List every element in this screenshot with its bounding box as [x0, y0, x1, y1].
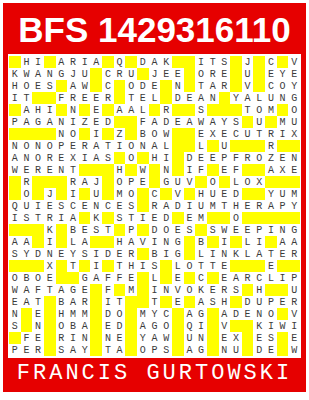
letter-cell: H — [125, 260, 137, 272]
letter-cell: A — [219, 308, 231, 320]
letter-cell: M — [288, 188, 300, 200]
blocked-cell — [253, 164, 265, 176]
letter-cell: A — [195, 296, 207, 308]
letter-cell: I — [90, 128, 102, 140]
blocked-cell — [253, 80, 265, 92]
blocked-cell — [9, 104, 21, 116]
letter-cell: M — [277, 116, 289, 128]
blocked-cell — [195, 176, 207, 188]
letter-cell: A — [79, 320, 91, 332]
letter-cell: A — [277, 236, 289, 248]
letter-cell: A — [184, 344, 196, 356]
letter-cell: T — [102, 140, 114, 152]
letter-cell: N — [9, 140, 21, 152]
letter-cell: D — [32, 248, 44, 260]
letter-cell: C — [102, 80, 114, 92]
letter-cell: Y — [288, 80, 300, 92]
letter-cell: B — [56, 296, 68, 308]
letter-cell: U — [242, 128, 254, 140]
blocked-cell — [219, 104, 231, 116]
blocked-cell — [56, 272, 68, 284]
letter-cell: E — [114, 200, 126, 212]
letter-cell: F — [32, 284, 44, 296]
letter-cell: H — [253, 284, 265, 296]
letter-cell: T — [125, 92, 137, 104]
letter-cell: F — [56, 92, 68, 104]
letter-cell: K — [90, 212, 102, 224]
letter-cell: R — [242, 272, 254, 284]
letter-cell: V — [184, 176, 196, 188]
letter-cell: E — [172, 296, 184, 308]
letter-cell: R — [265, 128, 277, 140]
letter-cell: U — [288, 284, 300, 296]
blocked-cell — [44, 332, 56, 344]
letter-cell: Y — [67, 248, 79, 260]
letter-cell: G — [172, 236, 184, 248]
letter-cell: N — [56, 164, 68, 176]
letter-cell: R — [79, 296, 91, 308]
blocked-cell — [265, 236, 277, 248]
letter-cell: Y — [265, 188, 277, 200]
letter-cell: E — [207, 152, 219, 164]
blocked-cell — [125, 308, 137, 320]
letter-cell: B — [137, 128, 149, 140]
letter-cell: E — [195, 128, 207, 140]
letter-cell: R — [56, 332, 68, 344]
letter-cell: I — [207, 248, 219, 260]
blocked-cell — [230, 56, 242, 68]
letter-cell: E — [125, 272, 137, 284]
blocked-cell — [21, 260, 33, 272]
blocked-cell — [184, 128, 196, 140]
blocked-cell — [149, 104, 161, 116]
letter-cell: C — [102, 68, 114, 80]
letter-cell: B — [195, 236, 207, 248]
blocked-cell — [137, 200, 149, 212]
letter-cell: H — [195, 188, 207, 200]
blocked-cell — [207, 344, 219, 356]
letter-cell: U — [207, 188, 219, 200]
letter-cell: S — [230, 284, 242, 296]
letter-cell: H — [21, 56, 33, 68]
letter-cell: I — [149, 236, 161, 248]
letter-cell: E — [149, 80, 161, 92]
letter-cell: C — [160, 308, 172, 320]
letter-cell: E — [172, 224, 184, 236]
letter-cell: K — [9, 68, 21, 80]
letter-cell: A — [195, 92, 207, 104]
letter-cell: G — [195, 344, 207, 356]
letter-cell: L — [265, 272, 277, 284]
blocked-cell — [230, 104, 242, 116]
letter-cell: O — [149, 128, 161, 140]
blocked-cell — [102, 104, 114, 116]
letter-cell: I — [90, 248, 102, 260]
letter-cell: W — [160, 332, 172, 344]
letter-cell: W — [195, 116, 207, 128]
blocked-cell — [90, 164, 102, 176]
letter-cell: C — [195, 272, 207, 284]
letter-cell: P — [9, 116, 21, 128]
letter-cell: P — [125, 224, 137, 236]
letter-cell: N — [172, 80, 184, 92]
letter-cell: I — [184, 164, 196, 176]
letter-cell: A — [90, 56, 102, 68]
blocked-cell — [207, 320, 219, 332]
blocked-cell — [56, 176, 68, 188]
letter-cell: D — [230, 308, 242, 320]
letter-cell: X — [44, 260, 56, 272]
letter-cell: U — [21, 200, 33, 212]
blocked-cell — [56, 104, 68, 116]
blocked-cell — [253, 188, 265, 200]
blocked-cell — [56, 188, 68, 200]
blocked-cell — [207, 140, 219, 152]
letter-cell: A — [125, 104, 137, 116]
letter-cell: O — [125, 140, 137, 152]
blocked-cell — [125, 332, 137, 344]
letter-cell: U — [277, 188, 289, 200]
letter-cell: R — [160, 104, 172, 116]
letter-cell: A — [125, 236, 137, 248]
blocked-cell — [253, 140, 265, 152]
letter-cell: G — [32, 116, 44, 128]
letter-cell: I — [149, 284, 161, 296]
letter-cell: B — [21, 272, 33, 284]
letter-cell: Z — [79, 116, 91, 128]
letter-cell: C — [149, 188, 161, 200]
letter-cell: H — [56, 308, 68, 320]
blocked-cell — [56, 224, 68, 236]
letter-cell: A — [67, 344, 79, 356]
blocked-cell — [90, 80, 102, 92]
letter-cell: C — [265, 56, 277, 68]
blocked-cell — [265, 212, 277, 224]
blocked-cell — [149, 164, 161, 176]
blocked-cell — [277, 212, 289, 224]
blocked-cell — [102, 164, 114, 176]
letter-cell: H — [230, 200, 242, 212]
letter-cell: T — [114, 296, 126, 308]
letter-cell: E — [195, 152, 207, 164]
letter-cell: A — [9, 236, 21, 248]
letter-cell: O — [125, 152, 137, 164]
letter-cell: P — [125, 176, 137, 188]
letter-cell: E — [219, 332, 231, 344]
blocked-cell — [21, 224, 33, 236]
blocked-cell — [79, 260, 91, 272]
blocked-cell — [242, 212, 254, 224]
blocked-cell — [277, 284, 289, 296]
puzzle-panel: HIARIAQDAKITSJCVKWANGJUCRUJEEOREUEYEHOES… — [8, 54, 301, 358]
letter-cell: N — [207, 92, 219, 104]
blocked-cell — [21, 308, 33, 320]
letter-cell: E — [21, 164, 33, 176]
letter-cell: B — [149, 248, 161, 260]
letter-cell: A — [56, 56, 68, 68]
blocked-cell — [207, 332, 219, 344]
letter-cell: A — [79, 176, 91, 188]
letter-cell: A — [207, 80, 219, 92]
letter-cell: R — [32, 164, 44, 176]
book-cover: BFS 1429316110 HIARIAQDAKITSJCVKWANGJUCR… — [0, 0, 309, 400]
letter-cell: S — [9, 248, 21, 260]
letter-cell: O — [195, 68, 207, 80]
letter-cell: L — [172, 260, 184, 272]
blocked-cell — [44, 320, 56, 332]
letter-cell: E — [90, 104, 102, 116]
blocked-cell — [242, 188, 254, 200]
blocked-cell — [277, 344, 289, 356]
letter-cell: Y — [21, 248, 33, 260]
blocked-cell — [56, 236, 68, 248]
cover-background: BFS 1429316110 HIARIAQDAKITSJCVKWANGJUCR… — [3, 3, 306, 392]
letter-cell: L — [242, 248, 254, 260]
letter-cell: R — [219, 284, 231, 296]
letter-cell: R — [67, 176, 79, 188]
blocked-cell — [137, 284, 149, 296]
letter-cell: E — [137, 176, 149, 188]
letter-cell: I — [32, 200, 44, 212]
letter-cell: T — [207, 56, 219, 68]
blocked-cell — [288, 176, 300, 188]
letter-cell: Y — [277, 68, 289, 80]
blocked-cell — [160, 260, 172, 272]
blocked-cell — [9, 224, 21, 236]
letter-cell: L — [195, 248, 207, 260]
letter-cell: N — [56, 116, 68, 128]
letter-cell: N — [219, 248, 231, 260]
blocked-cell — [184, 140, 196, 152]
blocked-cell — [242, 320, 254, 332]
blocked-cell — [79, 164, 91, 176]
letter-cell: S — [125, 200, 137, 212]
blocked-cell — [125, 344, 137, 356]
letter-cell: E — [219, 260, 231, 272]
letter-cell: I — [102, 296, 114, 308]
letter-cell: E — [219, 272, 231, 284]
blocked-cell — [114, 224, 126, 236]
letter-cell: E — [44, 164, 56, 176]
letter-cell: T — [219, 200, 231, 212]
blocked-cell — [137, 188, 149, 200]
blocked-cell — [253, 260, 265, 272]
letter-cell: A — [21, 116, 33, 128]
blocked-cell — [184, 80, 196, 92]
blocked-cell — [160, 92, 172, 104]
blocked-cell — [79, 128, 91, 140]
letter-cell: F — [195, 164, 207, 176]
blocked-cell — [160, 296, 172, 308]
letter-cell: J — [242, 56, 254, 68]
letter-cell: E — [265, 68, 277, 80]
letter-cell: D — [114, 320, 126, 332]
letter-cell: V — [172, 284, 184, 296]
letter-cell: R — [21, 176, 33, 188]
blocked-cell — [184, 104, 196, 116]
letter-cell: S — [265, 332, 277, 344]
blocked-cell — [137, 248, 149, 260]
blocked-cell — [102, 56, 114, 68]
letter-cell: O — [125, 80, 137, 92]
letter-cell: T — [265, 248, 277, 260]
letter-cell: T — [195, 260, 207, 272]
letter-cell: F — [230, 152, 242, 164]
blocked-cell — [184, 248, 196, 260]
letter-cell: P — [265, 296, 277, 308]
letter-cell: M — [67, 308, 79, 320]
letter-cell: S — [9, 320, 21, 332]
letter-cell: T — [253, 128, 265, 140]
letter-cell: N — [160, 164, 172, 176]
letter-cell: P — [277, 200, 289, 212]
letter-cell: D — [102, 308, 114, 320]
letter-cell: L — [149, 92, 161, 104]
letter-cell: N — [44, 68, 56, 80]
letter-cell: I — [160, 248, 172, 260]
letter-cell: G — [172, 248, 184, 260]
blocked-cell — [184, 188, 196, 200]
letter-cell: D — [160, 116, 172, 128]
letter-cell: E — [172, 272, 184, 284]
blocked-cell — [90, 284, 102, 296]
letter-cell: S — [44, 80, 56, 92]
letter-cell: K — [230, 248, 242, 260]
blocked-cell — [253, 212, 265, 224]
letter-cell: S — [90, 224, 102, 236]
letter-cell: W — [160, 128, 172, 140]
letter-cell: E — [32, 332, 44, 344]
letter-cell: A — [79, 236, 91, 248]
letter-cell: A — [207, 116, 219, 128]
blocked-cell — [160, 272, 172, 284]
letter-cell: N — [32, 140, 44, 152]
blocked-cell — [230, 80, 242, 92]
blocked-cell — [9, 128, 21, 140]
letter-cell: S — [114, 212, 126, 224]
letter-cell: R — [32, 344, 44, 356]
letter-cell: E — [219, 128, 231, 140]
letter-cell: A — [56, 284, 68, 296]
blocked-cell — [219, 92, 231, 104]
letter-cell: M — [114, 188, 126, 200]
letter-cell: S — [207, 224, 219, 236]
letter-cell: R — [79, 140, 91, 152]
blocked-cell — [172, 104, 184, 116]
blocked-cell — [137, 68, 149, 80]
blocked-cell — [195, 224, 207, 236]
letter-cell: E — [56, 152, 68, 164]
letter-cell: Z — [114, 128, 126, 140]
letter-cell: L — [67, 236, 79, 248]
blocked-cell — [44, 128, 56, 140]
blocked-cell — [9, 260, 21, 272]
letter-cell: R — [102, 92, 114, 104]
letter-cell: T — [149, 296, 161, 308]
letter-cell: T — [32, 212, 44, 224]
book-title: BFS 1429316110 — [3, 5, 306, 53]
letter-cell: W — [288, 344, 300, 356]
letter-cell: A — [90, 152, 102, 164]
blocked-cell — [160, 188, 172, 200]
letter-cell: E — [219, 164, 231, 176]
letter-cell: I — [79, 56, 91, 68]
letter-cell: E — [114, 248, 126, 260]
letter-cell: A — [114, 104, 126, 116]
letter-cell: N — [79, 332, 91, 344]
blocked-cell — [288, 212, 300, 224]
letter-cell: A — [242, 92, 254, 104]
letter-cell: E — [32, 308, 44, 320]
blocked-cell — [125, 320, 137, 332]
blocked-cell — [114, 152, 126, 164]
letter-cell: I — [114, 140, 126, 152]
blocked-cell — [102, 176, 114, 188]
letter-cell: E — [253, 332, 265, 344]
letter-cell: R — [67, 92, 79, 104]
blocked-cell — [79, 104, 91, 116]
letter-cell: R — [253, 200, 265, 212]
blocked-cell — [172, 152, 184, 164]
blocked-cell — [253, 68, 265, 80]
letter-cell: L — [230, 176, 242, 188]
blocked-cell — [125, 296, 137, 308]
letter-cell: A — [149, 56, 161, 68]
letter-cell: R — [265, 140, 277, 152]
blocked-cell — [207, 272, 219, 284]
letter-cell: N — [21, 152, 33, 164]
letter-cell: O — [277, 80, 289, 92]
letter-cell: E — [277, 152, 289, 164]
letter-cell: E — [219, 188, 231, 200]
letter-cell: R — [242, 152, 254, 164]
blocked-cell — [32, 176, 44, 188]
letter-cell: N — [277, 224, 289, 236]
letter-cell: C — [265, 80, 277, 92]
letter-cell: E — [265, 344, 277, 356]
letter-cell: S — [160, 344, 172, 356]
letter-cell: Y — [137, 332, 149, 344]
letter-cell: V — [242, 80, 254, 92]
letter-cell: S — [149, 260, 161, 272]
letter-cell: N — [288, 152, 300, 164]
letter-cell: J — [67, 68, 79, 80]
letter-cell: W — [137, 164, 149, 176]
blocked-cell — [9, 332, 21, 344]
letter-cell: O — [207, 176, 219, 188]
letter-cell: N — [44, 248, 56, 260]
letter-cell: N — [195, 332, 207, 344]
blocked-cell — [242, 140, 254, 152]
letter-cell: I — [184, 200, 196, 212]
letter-cell: I — [44, 236, 56, 248]
letter-cell: A — [21, 284, 33, 296]
blocked-cell — [207, 164, 219, 176]
letter-cell: O — [32, 152, 44, 164]
letter-cell: A — [21, 104, 33, 116]
blocked-cell — [44, 56, 56, 68]
letter-cell: Q — [114, 56, 126, 68]
blocked-cell — [184, 68, 196, 80]
letter-cell: S — [195, 104, 207, 116]
blocked-cell — [67, 272, 79, 284]
letter-cell: C — [253, 272, 265, 284]
letter-cell: E — [67, 140, 79, 152]
letter-cell: T — [125, 212, 137, 224]
letter-cell: N — [219, 344, 231, 356]
letter-cell: S — [230, 116, 242, 128]
letter-cell: H — [149, 152, 161, 164]
